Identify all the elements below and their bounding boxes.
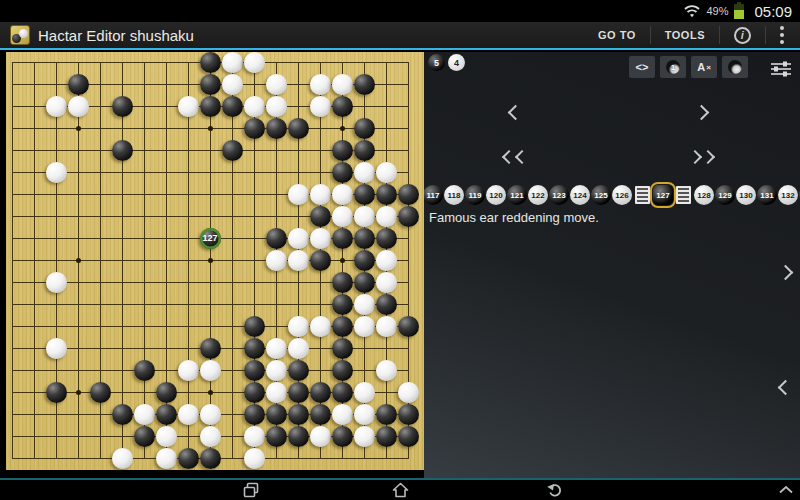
- jump-back-button[interactable]: [504, 152, 527, 162]
- black-stone: [200, 74, 221, 95]
- white-stone: [266, 382, 287, 403]
- white-stone: [266, 74, 287, 95]
- black-stone: [310, 382, 331, 403]
- hoshi-point: [76, 258, 81, 263]
- comment-icon: [676, 186, 691, 204]
- white-stone: [46, 338, 67, 359]
- white-stone: [288, 228, 309, 249]
- white-stone: [310, 426, 331, 447]
- move-list: 1161171181191201211221231241251261271281…: [424, 185, 800, 205]
- black-stone: [354, 118, 375, 139]
- white-stone: [310, 228, 331, 249]
- comment-icon: [635, 186, 650, 204]
- black-stone: [288, 426, 309, 447]
- white-stone: [46, 162, 67, 183]
- white-stone: [354, 404, 375, 425]
- navigation-bar: [0, 480, 800, 500]
- white-stone: [376, 162, 397, 183]
- black-stone: [332, 382, 353, 403]
- black-stone: [288, 382, 309, 403]
- black-stone: [178, 448, 199, 469]
- move-list-stone[interactable]: 125: [591, 185, 611, 205]
- move-list-stone[interactable]: 121: [507, 185, 527, 205]
- black-stone: [288, 118, 309, 139]
- white-stone: [200, 360, 221, 381]
- white-stone: [376, 360, 397, 381]
- black-stone: [200, 96, 221, 117]
- overflow-menu-icon[interactable]: [766, 26, 800, 44]
- black-stone: [222, 96, 243, 117]
- black-stone: [332, 316, 353, 337]
- info-button[interactable]: i: [720, 21, 765, 49]
- black-stone: [332, 272, 353, 293]
- white-stone: [200, 426, 221, 447]
- move-comment: Famous ear reddening move.: [429, 210, 599, 225]
- hoshi-point: [208, 126, 213, 131]
- white-stone: [266, 338, 287, 359]
- white-stone: [310, 96, 331, 117]
- move-list-stone[interactable]: 132: [778, 185, 798, 205]
- black-stone: [156, 404, 177, 425]
- go-board[interactable]: 127: [6, 52, 424, 470]
- black-stone: [112, 96, 133, 117]
- white-stone: [266, 360, 287, 381]
- wifi-icon: [684, 4, 700, 18]
- white-stone: [244, 52, 265, 73]
- white-stone: [354, 206, 375, 227]
- black-stone: [156, 382, 177, 403]
- white-stone: [376, 206, 397, 227]
- move-number-label: 127: [200, 228, 221, 249]
- white-stone: [310, 184, 331, 205]
- hoshi-point: [76, 390, 81, 395]
- status-bar: 49% 05:09: [0, 0, 800, 22]
- white-stone: [68, 96, 89, 117]
- black-stone: [222, 140, 243, 161]
- white-stone: [46, 272, 67, 293]
- white-stone: [376, 272, 397, 293]
- move-list-stone[interactable]: 130: [736, 185, 756, 205]
- white-stone: [134, 404, 155, 425]
- black-stone: [288, 404, 309, 425]
- black-stone: [244, 360, 265, 381]
- black-stone: [398, 404, 419, 425]
- capture-counts: 5 4: [428, 54, 465, 71]
- white-stone: [244, 448, 265, 469]
- black-stone: [398, 184, 419, 205]
- black-stone: [244, 118, 265, 139]
- content: 127 5 4 <> 1 A×: [0, 52, 800, 478]
- black-stone: [68, 74, 89, 95]
- move-list-stone[interactable]: 119: [465, 185, 485, 205]
- white-stone: [288, 316, 309, 337]
- stone-icon: [728, 60, 742, 74]
- black-stone: [354, 250, 375, 271]
- black-stone: [310, 250, 331, 271]
- move-list-stone[interactable]: 124: [570, 185, 590, 205]
- white-stone: [288, 250, 309, 271]
- black-stone: [310, 206, 331, 227]
- white-stone: [398, 382, 419, 403]
- numbered-stone-icon: 1: [666, 60, 680, 74]
- move-list-stone[interactable]: 118: [444, 185, 464, 205]
- black-stone: [266, 118, 287, 139]
- move-list-stone[interactable]: 122: [528, 185, 548, 205]
- black-stone: [332, 96, 353, 117]
- black-stone: [376, 404, 397, 425]
- panel-next-button[interactable]: [778, 265, 794, 281]
- screen: 49% 05:09 Hactar Editor shushaku GO TO T…: [0, 0, 800, 500]
- white-stone: [266, 250, 287, 271]
- white-stone: [332, 404, 353, 425]
- black-stone: [244, 338, 265, 359]
- white-stone: [354, 294, 375, 315]
- black-stone: [332, 338, 353, 359]
- black-stone: [332, 140, 353, 161]
- black-stone: [244, 382, 265, 403]
- black-stone: [376, 228, 397, 249]
- settings-sliders-icon[interactable]: [770, 60, 792, 78]
- black-stone: [332, 294, 353, 315]
- white-stone: [310, 74, 331, 95]
- black-stone: [266, 426, 287, 447]
- black-stone: [332, 162, 353, 183]
- black-stone: [200, 52, 221, 73]
- white-stone: [354, 426, 375, 447]
- current-move-stone: 127: [200, 228, 221, 249]
- white-stone: [222, 52, 243, 73]
- white-stone: [178, 404, 199, 425]
- white-stone: [112, 448, 133, 469]
- black-stone: [354, 140, 375, 161]
- black-captures-stone: 5: [428, 54, 445, 71]
- app-icon[interactable]: [10, 25, 30, 45]
- white-stone: [332, 206, 353, 227]
- app-title: Hactar Editor shushaku: [38, 27, 194, 44]
- white-stone: [332, 184, 353, 205]
- white-stone: [266, 96, 287, 117]
- move-list-stone[interactable]: 117: [424, 185, 443, 205]
- black-stone: [112, 140, 133, 161]
- white-stone: [200, 404, 221, 425]
- white-stone: [376, 316, 397, 337]
- black-stone: [200, 448, 221, 469]
- home-icon[interactable]: [392, 482, 409, 498]
- black-stone: [266, 404, 287, 425]
- black-stone: [398, 426, 419, 447]
- panel-prev-button[interactable]: [778, 380, 794, 396]
- action-bar: Hactar Editor shushaku GO TO TOOLS i: [0, 22, 800, 50]
- black-stone: [266, 228, 287, 249]
- next-move-button[interactable]: [694, 105, 710, 121]
- white-stone: [244, 96, 265, 117]
- black-stone: [376, 294, 397, 315]
- white-stone: [288, 184, 309, 205]
- move-numbers-button[interactable]: 1: [660, 56, 686, 78]
- black-stone: [354, 74, 375, 95]
- black-stone: [134, 360, 155, 381]
- black-stone: [332, 426, 353, 447]
- hoshi-point: [340, 258, 345, 263]
- hoshi-point: [208, 258, 213, 263]
- hoshi-point: [76, 126, 81, 131]
- white-captures-stone: 4: [448, 54, 465, 71]
- white-stone: [244, 426, 265, 447]
- black-stone: [354, 228, 375, 249]
- black-stone: [112, 404, 133, 425]
- black-stone: [200, 338, 221, 359]
- black-stone: [354, 272, 375, 293]
- white-stone: [178, 96, 199, 117]
- white-stone: [288, 338, 309, 359]
- move-list-stone[interactable]: 123: [549, 185, 569, 205]
- move-list-stone[interactable]: 126: [612, 185, 632, 205]
- hoshi-point: [340, 126, 345, 131]
- white-stone: [354, 382, 375, 403]
- white-stone: [46, 96, 67, 117]
- black-stone: [376, 426, 397, 447]
- tools-button[interactable]: TOOLS: [651, 21, 719, 49]
- move-list-stone[interactable]: 129: [715, 185, 735, 205]
- battery-icon: [734, 4, 744, 19]
- white-stone: [156, 448, 177, 469]
- toolbar: <> 1 A×: [629, 56, 748, 78]
- black-stone: [46, 382, 67, 403]
- prev-move-button[interactable]: [508, 105, 524, 121]
- move-list-stone[interactable]: 131: [757, 185, 777, 205]
- move-list-stone[interactable]: 120: [486, 185, 506, 205]
- black-stone: [332, 228, 353, 249]
- move-list-stone[interactable]: 128: [694, 185, 714, 205]
- side-panel: 5 4 <> 1 A× 11611711811912012: [424, 52, 800, 478]
- black-stone: [332, 360, 353, 381]
- black-stone: [244, 404, 265, 425]
- black-stone: [90, 382, 111, 403]
- stone-edit-button[interactable]: [722, 56, 748, 78]
- grid-line: [232, 62, 233, 459]
- hoshi-point: [208, 390, 213, 395]
- black-stone: [310, 404, 331, 425]
- white-stone: [354, 316, 375, 337]
- black-stone: [134, 426, 155, 447]
- white-stone: [310, 316, 331, 337]
- sgf-code-button[interactable]: <>: [629, 56, 655, 78]
- move-list-current[interactable]: 127: [653, 185, 673, 205]
- black-stone: [354, 184, 375, 205]
- clock: 05:09: [754, 3, 792, 20]
- back-icon[interactable]: [546, 482, 564, 498]
- black-stone: [244, 316, 265, 337]
- black-stone: [376, 184, 397, 205]
- white-stone: [376, 250, 397, 271]
- jump-forward-button[interactable]: [690, 152, 713, 162]
- recent-apps-icon[interactable]: [243, 482, 259, 498]
- white-stone: [156, 426, 177, 447]
- black-stone: [398, 206, 419, 227]
- white-stone: [178, 360, 199, 381]
- battery-percent: 49%: [706, 5, 728, 17]
- black-stone: [288, 360, 309, 381]
- white-stone: [332, 74, 353, 95]
- black-stone: [398, 316, 419, 337]
- chevron-up-icon[interactable]: [778, 482, 794, 498]
- info-icon: i: [734, 27, 751, 44]
- white-stone: [222, 74, 243, 95]
- goto-button[interactable]: GO TO: [584, 21, 650, 49]
- labels-button[interactable]: A×: [691, 56, 717, 78]
- white-stone: [354, 162, 375, 183]
